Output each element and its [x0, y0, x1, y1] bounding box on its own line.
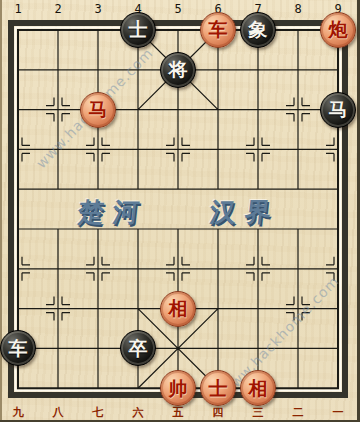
image-edge-left [0, 0, 2, 422]
file-labels-bottom: 九八七六五四三二一 [0, 404, 358, 420]
file-label-bottom-2: 八 [38, 404, 78, 420]
xiangqi-board-screenshot: 123456789 楚河 汉界 www.hackhome.com www.hac… [0, 0, 360, 422]
piece-black-chariot[interactable]: 车 [0, 330, 36, 366]
piece-black-elephant[interactable]: 象 [240, 12, 276, 48]
file-label-bottom-6: 四 [198, 404, 238, 420]
piece-red-advisor[interactable]: 士 [200, 370, 236, 406]
file-label-bottom-9: 一 [318, 404, 358, 420]
file-label-bottom-5: 五 [158, 404, 198, 420]
piece-red-general[interactable]: 帅 [160, 370, 196, 406]
file-label-bottom-4: 六 [118, 404, 158, 420]
file-label-bottom-7: 三 [238, 404, 278, 420]
piece-red-horse[interactable]: 马 [80, 92, 116, 128]
file-label-bottom-1: 九 [0, 404, 38, 420]
piece-grid: 士车象炮将马马相车卒帅士相 [0, 10, 358, 408]
piece-black-horse[interactable]: 马 [320, 92, 356, 128]
piece-red-chariot[interactable]: 车 [200, 12, 236, 48]
piece-black-soldier[interactable]: 卒 [120, 330, 156, 366]
file-label-bottom-8: 二 [278, 404, 318, 420]
piece-red-elephant[interactable]: 相 [160, 291, 196, 327]
file-label-bottom-3: 七 [78, 404, 118, 420]
piece-black-advisor[interactable]: 士 [120, 12, 156, 48]
piece-red-cannon[interactable]: 炮 [320, 12, 356, 48]
piece-red-elephant-2[interactable]: 相 [240, 370, 276, 406]
piece-black-general[interactable]: 将 [160, 52, 196, 88]
